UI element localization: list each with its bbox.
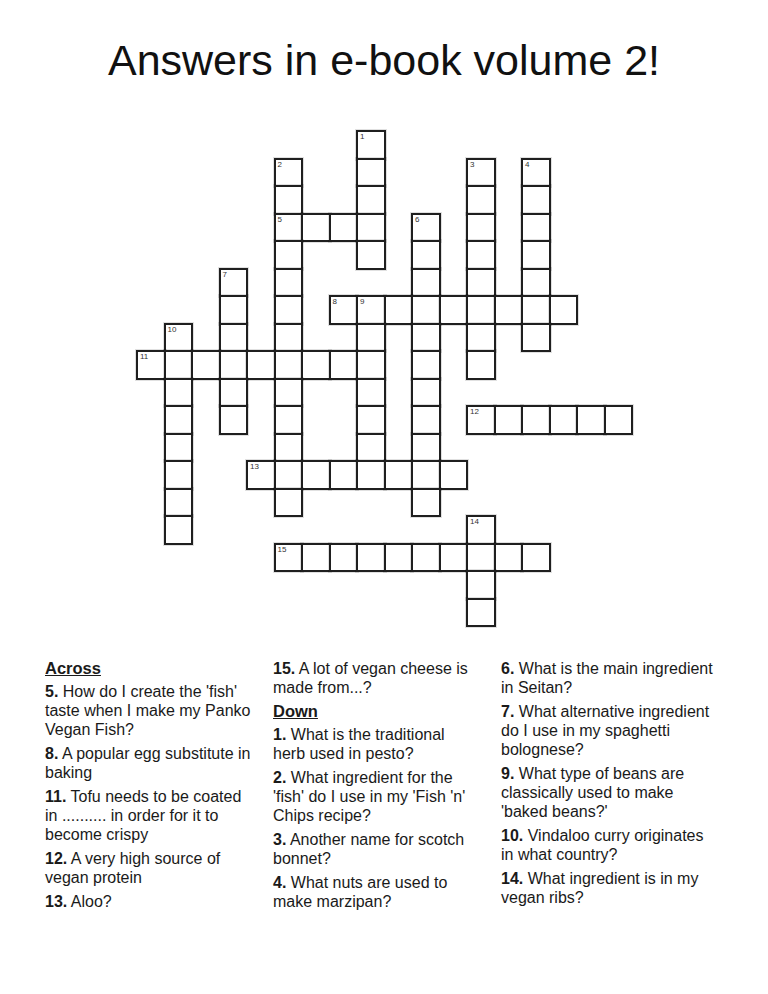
clue-text: What ingredient is in my vegan ribs? [501,870,698,906]
grid-cell-r10c17[interactable] [604,405,634,435]
grid-cell-r15c8[interactable] [356,543,386,573]
grid-cell-r9c3[interactable] [219,378,249,408]
clue-number-label: 12. [45,850,67,867]
grid-cell-r8c5[interactable] [274,350,304,380]
clue-number-label: 13. [45,893,67,910]
grid-cell-r9c8[interactable] [356,378,386,408]
grid-cell-r9c5[interactable] [274,378,304,408]
grid-cell-r15c11[interactable] [439,543,469,573]
grid-cell-r8c8[interactable] [356,350,386,380]
grid-cell-r10c10[interactable] [411,405,441,435]
clue-column-1: Across5. How do I create the 'fish' tast… [45,659,257,916]
clue-across-15: 15. A lot of vegan cheese is made from..… [273,659,481,697]
cell-number-7: 7 [223,270,227,279]
down-header: Down [273,702,481,721]
clue-text: Aloo? [71,893,112,910]
grid-cell-r1c8[interactable] [356,158,386,188]
grid-cell-r7c3[interactable] [219,323,249,353]
grid-cell-r12c10[interactable] [411,460,441,490]
grid-cell-r8c7[interactable] [329,350,359,380]
grid-cell-r12c1[interactable] [164,460,194,490]
clue-column-2: 15. A lot of vegan cheese is made from..… [273,659,481,916]
grid-cell-r5c3[interactable]: 7 [219,268,249,298]
grid-cell-r6c14[interactable] [521,295,551,325]
grid-cell-r11c5[interactable] [274,433,304,463]
clue-text: What alternative ingredient do I use in … [501,703,709,758]
grid-cell-r17c12[interactable] [466,598,496,628]
clue-text: A very high source of vegan protein [45,850,220,886]
clue-text: Vindaloo curry originates in what countr… [501,827,704,863]
grid-cell-r7c5[interactable] [274,323,304,353]
clue-number-label: 14. [501,870,523,887]
clue-across-13: 13. Aloo? [45,892,257,911]
grid-cell-r6c12[interactable] [466,295,496,325]
grid-cell-r3c8[interactable] [356,213,386,243]
grid-cell-r3c7[interactable] [329,213,359,243]
grid-cell-r5c14[interactable] [521,268,551,298]
grid-cell-r8c4[interactable] [246,350,276,380]
grid-cell-r15c6[interactable] [301,543,331,573]
puzzle-title: Answers in e-book volume 2! [0,36,768,85]
clue-column-3: 6. What is the main ingredient in Seitan… [501,659,719,912]
clue-text: A popular egg substitute in baking [45,745,250,781]
grid-cell-r6c7[interactable]: 8 [329,295,359,325]
cell-number-1: 1 [360,132,364,141]
grid-cell-r3c6[interactable] [301,213,331,243]
grid-cell-r7c10[interactable] [411,323,441,353]
grid-cell-r11c1[interactable] [164,433,194,463]
grid-cell-r3c14[interactable] [521,213,551,243]
grid-cell-r1c14[interactable]: 4 [521,158,551,188]
grid-cell-r8c10[interactable] [411,350,441,380]
grid-cell-r10c14[interactable] [521,405,551,435]
cell-number-6: 6 [415,215,419,224]
grid-cell-r8c12[interactable] [466,350,496,380]
grid-cell-r8c3[interactable] [219,350,249,380]
grid-cell-r10c1[interactable] [164,405,194,435]
grid-cell-r0c8[interactable]: 1 [356,130,386,160]
grid-cell-r15c14[interactable] [521,543,551,573]
grid-cell-r7c1[interactable]: 10 [164,323,194,353]
crossword-grid: 123456789101112131415 [137,131,632,626]
clue-down-14: 14. What ingredient is in my vegan ribs? [501,869,719,907]
clue-text: Another name for scotch bonnet? [273,831,464,867]
grid-cell-r13c5[interactable] [274,488,304,518]
grid-cell-r13c10[interactable] [411,488,441,518]
clue-number-label: 11. [45,788,66,805]
grid-cell-r10c8[interactable] [356,405,386,435]
grid-cell-r9c1[interactable] [164,378,194,408]
grid-cell-r10c13[interactable] [494,405,524,435]
grid-cell-r9c10[interactable] [411,378,441,408]
cell-number-11: 11 [140,352,148,361]
grid-cell-r16c12[interactable] [466,570,496,600]
clue-text: What is the main ingredient in Seitan? [501,660,713,696]
grid-cell-r2c5[interactable] [274,185,304,215]
grid-cell-r12c4[interactable]: 13 [246,460,276,490]
clue-number-label: 5. [45,683,58,700]
grid-cell-r3c5[interactable]: 5 [274,213,304,243]
clue-number-label: 8. [45,745,58,762]
clue-down-10: 10. Vindaloo curry originates in what co… [501,826,719,864]
grid-cell-r2c14[interactable] [521,185,551,215]
grid-cell-r15c10[interactable] [411,543,441,573]
grid-cell-r4c8[interactable] [356,240,386,270]
grid-cell-r4c10[interactable] [411,240,441,270]
grid-cell-r12c11[interactable] [439,460,469,490]
clue-across-12: 12. A very high source of vegan protein [45,849,257,887]
cell-number-13: 13 [250,462,259,471]
clue-number-label: 9. [501,765,514,782]
grid-cell-r6c8[interactable]: 9 [356,295,386,325]
across-header: Across [45,659,257,678]
cell-number-5: 5 [278,215,282,224]
clue-text: What is the traditional herb used in pes… [273,726,445,762]
cell-number-14: 14 [470,517,479,526]
grid-cell-r10c15[interactable] [549,405,579,435]
clue-down-9: 9. What type of beans are classically us… [501,764,719,821]
grid-cell-r12c6[interactable] [301,460,331,490]
grid-cell-r4c12[interactable] [466,240,496,270]
grid-cell-r8c1[interactable] [164,350,194,380]
grid-cell-r8c0[interactable]: 11 [136,350,166,380]
grid-cell-r15c12[interactable] [466,543,496,573]
clue-number-label: 10. [501,827,523,844]
grid-cell-r6c11[interactable] [439,295,469,325]
grid-cell-r15c7[interactable] [329,543,359,573]
grid-cell-r5c12[interactable] [466,268,496,298]
grid-cell-r6c3[interactable] [219,295,249,325]
grid-cell-r4c14[interactable] [521,240,551,270]
grid-cell-r10c12[interactable]: 12 [466,405,496,435]
clue-text: How do I create the 'fish' taste when I … [45,683,250,738]
grid-cell-r6c15[interactable] [549,295,579,325]
grid-cell-r6c13[interactable] [494,295,524,325]
grid-cell-r12c7[interactable] [329,460,359,490]
grid-cell-r2c12[interactable] [466,185,496,215]
cell-number-12: 12 [470,407,479,416]
clue-number-label: 3. [273,831,286,848]
clue-text: A lot of vegan cheese is made from...? [273,660,468,696]
grid-cell-r6c5[interactable] [274,295,304,325]
clue-text: What type of beans are classically used … [501,765,684,820]
clue-text: What ingredient for the 'fish' do I use … [273,769,465,824]
clue-down-4: 4. What nuts are used to make marzipan? [273,873,481,911]
grid-cell-r14c1[interactable] [164,515,194,545]
grid-cell-r12c9[interactable] [384,460,414,490]
clue-down-3: 3. Another name for scotch bonnet? [273,830,481,868]
clue-number-label: 15. [273,660,295,677]
clue-number-label: 2. [273,769,286,786]
clue-down-1: 1. What is the traditional herb used in … [273,725,481,763]
grid-cell-r7c8[interactable] [356,323,386,353]
grid-cell-r15c5[interactable]: 15 [274,543,304,573]
cell-number-9: 9 [360,297,364,306]
grid-cell-r6c9[interactable] [384,295,414,325]
clue-down-2: 2. What ingredient for the 'fish' do I u… [273,768,481,825]
clue-across-11: 11. Tofu needs to be coated in .........… [45,787,257,844]
clue-down-7: 7. What alternative ingredient do I use … [501,702,719,759]
grid-cell-r11c10[interactable] [411,433,441,463]
grid-cell-r12c8[interactable] [356,460,386,490]
clue-across-5: 5. How do I create the 'fish' taste when… [45,682,257,739]
clue-down-6: 6. What is the main ingredient in Seitan… [501,659,719,697]
grid-cell-r12c5[interactable] [274,460,304,490]
clue-number-label: 7. [501,703,514,720]
cell-number-4: 4 [525,160,529,169]
grid-cell-r7c12[interactable] [466,323,496,353]
clue-number-label: 4. [273,874,286,891]
grid-cell-r7c14[interactable] [521,323,551,353]
clue-number-label: 1. [273,726,286,743]
grid-cell-r15c9[interactable] [384,543,414,573]
grid-cell-r15c13[interactable] [494,543,524,573]
grid-cell-r2c8[interactable] [356,185,386,215]
grid-cell-r11c8[interactable] [356,433,386,463]
grid-cell-r6c10[interactable] [411,295,441,325]
cell-number-2: 2 [278,160,282,169]
grid-cell-r13c1[interactable] [164,488,194,518]
grid-cell-r8c2[interactable] [191,350,221,380]
grid-cell-r3c12[interactable] [466,213,496,243]
grid-cell-r1c12[interactable]: 3 [466,158,496,188]
grid-cell-r5c5[interactable] [274,268,304,298]
grid-cell-r10c16[interactable] [576,405,606,435]
grid-cell-r5c10[interactable] [411,268,441,298]
grid-cell-r8c6[interactable] [301,350,331,380]
grid-cell-r4c5[interactable] [274,240,304,270]
cell-number-10: 10 [168,325,177,334]
grid-cell-r3c10[interactable]: 6 [411,213,441,243]
cell-number-3: 3 [470,160,474,169]
clue-across-8: 8. A popular egg substitute in baking [45,744,257,782]
grid-cell-r10c3[interactable] [219,405,249,435]
grid-cell-r1c5[interactable]: 2 [274,158,304,188]
clue-number-label: 6. [501,660,514,677]
cell-number-8: 8 [333,297,337,306]
grid-cell-r10c5[interactable] [274,405,304,435]
cell-number-15: 15 [278,545,287,554]
clue-text: What nuts are used to make marzipan? [273,874,447,910]
grid-cell-r14c12[interactable]: 14 [466,515,496,545]
clue-text: Tofu needs to be coated in .......... in… [45,788,241,843]
crossword-page: { "title": "Answers in e-book volume 2!"… [0,0,768,994]
